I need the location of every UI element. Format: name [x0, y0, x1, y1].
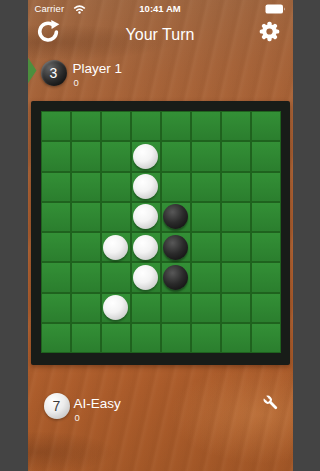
cell-e3[interactable] — [162, 173, 190, 201]
cell-a6[interactable] — [42, 263, 70, 291]
black-disc — [163, 235, 188, 260]
cell-f4[interactable] — [192, 203, 220, 231]
white-disc — [133, 144, 158, 169]
cell-c8[interactable] — [102, 324, 130, 352]
cell-g5[interactable] — [222, 233, 250, 261]
cell-b1[interactable] — [72, 112, 100, 140]
cell-c1[interactable] — [102, 112, 130, 140]
cell-b7[interactable] — [72, 294, 100, 322]
clock: 10:41 AM — [28, 3, 293, 14]
white-disc — [103, 295, 128, 320]
cell-h3[interactable] — [252, 173, 280, 201]
white-disc — [133, 174, 158, 199]
cell-a5[interactable] — [42, 233, 70, 261]
cell-h5[interactable] — [252, 233, 280, 261]
board-frame — [31, 101, 290, 365]
turn-status-title: Your Turn — [28, 26, 293, 44]
cell-e4[interactable] — [162, 203, 190, 231]
cell-g1[interactable] — [222, 112, 250, 140]
wrench-icon — [260, 392, 282, 414]
cell-d5[interactable] — [132, 233, 160, 261]
cell-f1[interactable] — [192, 112, 220, 140]
cell-e1[interactable] — [162, 112, 190, 140]
cell-b2[interactable] — [72, 142, 100, 170]
ai-disc-count-badge: 7 — [44, 393, 70, 419]
cell-a4[interactable] — [42, 203, 70, 231]
cell-c3[interactable] — [102, 173, 130, 201]
reversi-app-screen: Carrier 10:41 AM Your Turn — [28, 0, 293, 471]
cell-a7[interactable] — [42, 294, 70, 322]
cell-b6[interactable] — [72, 263, 100, 291]
cell-e6[interactable] — [162, 263, 190, 291]
cell-f5[interactable] — [192, 233, 220, 261]
ai-tools-button[interactable] — [260, 392, 282, 414]
white-disc — [133, 235, 158, 260]
cell-d1[interactable] — [132, 112, 160, 140]
cell-h7[interactable] — [252, 294, 280, 322]
cell-d3[interactable] — [132, 173, 160, 201]
player1-score: 0 — [74, 77, 79, 88]
cell-d6[interactable] — [132, 263, 160, 291]
white-disc — [133, 265, 158, 290]
cell-c5[interactable] — [102, 233, 130, 261]
cell-a2[interactable] — [42, 142, 70, 170]
cell-d7[interactable] — [132, 294, 160, 322]
cell-e7[interactable] — [162, 294, 190, 322]
cell-b4[interactable] — [72, 203, 100, 231]
player1-disc-count: 3 — [50, 65, 58, 81]
cell-h2[interactable] — [252, 142, 280, 170]
cell-f6[interactable] — [192, 263, 220, 291]
cell-f3[interactable] — [192, 173, 220, 201]
cell-h8[interactable] — [252, 324, 280, 352]
cell-b5[interactable] — [72, 233, 100, 261]
cell-e5[interactable] — [162, 233, 190, 261]
cell-d4[interactable] — [132, 203, 160, 231]
cell-e2[interactable] — [162, 142, 190, 170]
settings-button[interactable] — [257, 19, 282, 44]
cell-g7[interactable] — [222, 294, 250, 322]
cell-c7[interactable] — [102, 294, 130, 322]
cell-c2[interactable] — [102, 142, 130, 170]
turn-indicator-arrow — [28, 57, 37, 84]
cell-b3[interactable] — [72, 173, 100, 201]
ai-score: 0 — [75, 412, 80, 423]
black-disc — [163, 204, 188, 229]
cell-f7[interactable] — [192, 294, 220, 322]
cell-e8[interactable] — [162, 324, 190, 352]
cell-f2[interactable] — [192, 142, 220, 170]
cell-a8[interactable] — [42, 324, 70, 352]
cell-c6[interactable] — [102, 263, 130, 291]
cell-h4[interactable] — [252, 203, 280, 231]
white-disc — [103, 235, 128, 260]
cell-g6[interactable] — [222, 263, 250, 291]
cell-b8[interactable] — [72, 324, 100, 352]
board — [41, 111, 281, 353]
battery-full-icon — [264, 4, 287, 14]
cell-d2[interactable] — [132, 142, 160, 170]
cell-g8[interactable] — [222, 324, 250, 352]
white-disc — [133, 204, 158, 229]
gear-icon — [257, 19, 282, 44]
ai-name: AI-Easy — [74, 396, 121, 411]
cell-f8[interactable] — [192, 324, 220, 352]
cell-c4[interactable] — [102, 203, 130, 231]
cell-a1[interactable] — [42, 112, 70, 140]
ai-disc-count: 7 — [53, 398, 61, 414]
cell-h1[interactable] — [252, 112, 280, 140]
cell-g3[interactable] — [222, 173, 250, 201]
cell-d8[interactable] — [132, 324, 160, 352]
black-disc — [163, 265, 188, 290]
player1-name: Player 1 — [73, 61, 123, 76]
cell-a3[interactable] — [42, 173, 70, 201]
player1-disc-count-badge: 3 — [41, 60, 67, 86]
cell-h6[interactable] — [252, 263, 280, 291]
cell-g4[interactable] — [222, 203, 250, 231]
cell-g2[interactable] — [222, 142, 250, 170]
